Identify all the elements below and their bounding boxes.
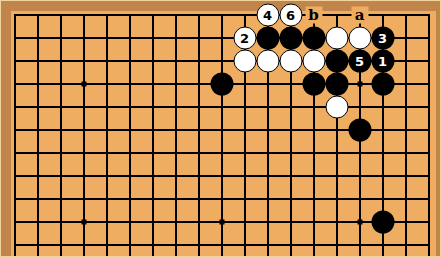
white-stone-move-2: 2 [233,26,256,49]
point-label-a: a [351,6,368,23]
board-layer: 462351ba [1,1,441,257]
white-stone [325,26,348,49]
black-stone [371,210,394,233]
grid-line-horizontal [14,175,430,177]
white-stone [302,49,325,72]
white-stone [233,49,256,72]
black-stone [325,72,348,95]
black-stone [302,26,325,49]
black-stone-move-3: 3 [371,26,394,49]
star-point [357,81,362,86]
black-stone [256,26,279,49]
grid-line-horizontal [14,106,430,108]
black-stone [210,72,233,95]
point-label-b: b [305,6,322,23]
black-stone-move-5: 5 [348,49,371,72]
white-stone-move-6: 6 [279,3,302,26]
black-stone-move-1: 1 [371,49,394,72]
star-point [81,81,86,86]
white-stone [325,95,348,118]
white-stone [348,26,371,49]
star-point [81,219,86,224]
black-stone [325,49,348,72]
grid-line-horizontal [14,244,430,246]
white-stone [279,49,302,72]
grid-line-horizontal [14,198,430,200]
go-diagram: 462351ba [0,0,441,257]
grid-line-horizontal [14,152,430,154]
white-stone-move-4: 4 [256,3,279,26]
star-point [219,219,224,224]
black-stone [279,26,302,49]
black-stone [302,72,325,95]
black-stone [348,118,371,141]
black-stone [371,72,394,95]
star-point [357,219,362,224]
white-stone [256,49,279,72]
